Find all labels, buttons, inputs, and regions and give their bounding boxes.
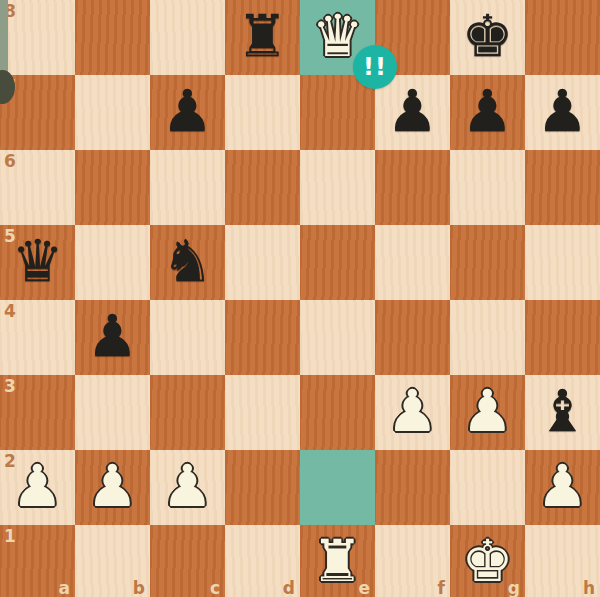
piece-black-knight-c5[interactable]: ♞ — [162, 224, 214, 299]
piece-black-king-g8[interactable]: ♚ — [462, 0, 514, 74]
square-c4[interactable] — [150, 300, 225, 375]
square-g3[interactable]: ♟ — [450, 375, 525, 450]
square-d6[interactable] — [225, 150, 300, 225]
piece-white-pawn-h2[interactable]: ♟ — [537, 449, 589, 524]
square-g2[interactable] — [450, 450, 525, 525]
piece-black-bishop-h3[interactable]: ♝ — [537, 374, 589, 449]
piece-black-pawn-f7[interactable]: ♟ — [387, 74, 439, 149]
square-a6[interactable]: 6 — [0, 150, 75, 225]
square-d7[interactable] — [225, 75, 300, 150]
rank-label-1: 1 — [4, 528, 16, 545]
piece-white-pawn-a2[interactable]: ♟ — [12, 449, 64, 524]
square-b6[interactable] — [75, 150, 150, 225]
square-c2[interactable]: ♟ — [150, 450, 225, 525]
square-b4[interactable]: ♟ — [75, 300, 150, 375]
file-label-c: c — [210, 580, 220, 597]
square-g4[interactable] — [450, 300, 525, 375]
piece-white-king-g1[interactable]: ♚ — [462, 524, 514, 597]
square-h5[interactable] — [525, 225, 600, 300]
square-c6[interactable] — [150, 150, 225, 225]
square-a2[interactable]: 2♟ — [0, 450, 75, 525]
piece-white-pawn-b2[interactable]: ♟ — [87, 449, 139, 524]
square-a1[interactable]: 1a — [0, 525, 75, 597]
square-g7[interactable]: ♟ — [450, 75, 525, 150]
square-e4[interactable] — [300, 300, 375, 375]
square-e1[interactable]: e♜ — [300, 525, 375, 597]
square-a5[interactable]: 5♛ — [0, 225, 75, 300]
square-e5[interactable] — [300, 225, 375, 300]
square-f2[interactable] — [375, 450, 450, 525]
square-b2[interactable]: ♟ — [75, 450, 150, 525]
piece-black-pawn-g7[interactable]: ♟ — [462, 74, 514, 149]
square-h4[interactable] — [525, 300, 600, 375]
square-h1[interactable]: h — [525, 525, 600, 597]
square-g1[interactable]: g♚ — [450, 525, 525, 597]
square-d4[interactable] — [225, 300, 300, 375]
square-e2[interactable] — [300, 450, 375, 525]
chess-board: 8♜♛♚7♟♟♟♟65♛♞4♟3♟♟♝2♟♟♟♟1abcde♜fg♚h — [0, 0, 600, 597]
square-a4[interactable]: 4 — [0, 300, 75, 375]
piece-black-pawn-b4[interactable]: ♟ — [87, 299, 139, 374]
rank-label-4: 4 — [4, 303, 16, 320]
square-h2[interactable]: ♟ — [525, 450, 600, 525]
square-g5[interactable] — [450, 225, 525, 300]
square-h3[interactable]: ♝ — [525, 375, 600, 450]
square-b1[interactable]: b — [75, 525, 150, 597]
square-d2[interactable] — [225, 450, 300, 525]
piece-black-queen-a5[interactable]: ♛ — [12, 224, 64, 299]
piece-white-pawn-f3[interactable]: ♟ — [387, 374, 439, 449]
piece-white-pawn-c2[interactable]: ♟ — [162, 449, 214, 524]
square-a3[interactable]: 3 — [0, 375, 75, 450]
square-c3[interactable] — [150, 375, 225, 450]
square-d8[interactable]: ♜ — [225, 0, 300, 75]
square-g8[interactable]: ♚ — [450, 0, 525, 75]
piece-white-rook-e1[interactable]: ♜ — [312, 524, 364, 597]
square-e6[interactable] — [300, 150, 375, 225]
square-b3[interactable] — [75, 375, 150, 450]
square-h6[interactable] — [525, 150, 600, 225]
square-c5[interactable]: ♞ — [150, 225, 225, 300]
square-c7[interactable]: ♟ — [150, 75, 225, 150]
square-f4[interactable] — [375, 300, 450, 375]
piece-black-pawn-h7[interactable]: ♟ — [537, 74, 589, 149]
brilliant-move-label: !! — [363, 53, 387, 81]
brilliant-move-badge: !! — [353, 45, 397, 89]
file-label-b: b — [133, 580, 145, 597]
piece-black-pawn-c7[interactable]: ♟ — [162, 74, 214, 149]
piece-black-rook-d8[interactable]: ♜ — [237, 0, 289, 74]
square-b8[interactable] — [75, 0, 150, 75]
square-f6[interactable] — [375, 150, 450, 225]
square-g6[interactable] — [450, 150, 525, 225]
piece-white-pawn-g3[interactable]: ♟ — [462, 374, 514, 449]
square-d5[interactable] — [225, 225, 300, 300]
square-c8[interactable] — [150, 0, 225, 75]
file-label-a: a — [59, 580, 70, 597]
square-b5[interactable] — [75, 225, 150, 300]
square-a8[interactable]: 8 — [0, 0, 75, 75]
file-label-f: f — [438, 580, 445, 597]
square-f7[interactable]: ♟ — [375, 75, 450, 150]
square-c1[interactable]: c — [150, 525, 225, 597]
square-f3[interactable]: ♟ — [375, 375, 450, 450]
square-f5[interactable] — [375, 225, 450, 300]
square-f1[interactable]: f — [375, 525, 450, 597]
square-d1[interactable]: d — [225, 525, 300, 597]
square-h8[interactable] — [525, 0, 600, 75]
square-b7[interactable] — [75, 75, 150, 150]
file-label-h: h — [583, 580, 595, 597]
square-h7[interactable]: ♟ — [525, 75, 600, 150]
square-e3[interactable] — [300, 375, 375, 450]
file-label-d: d — [283, 580, 295, 597]
rank-label-3: 3 — [4, 378, 16, 395]
screen-edge-artifact-strip — [0, 0, 8, 76]
square-d3[interactable] — [225, 375, 300, 450]
rank-label-6: 6 — [4, 153, 16, 170]
